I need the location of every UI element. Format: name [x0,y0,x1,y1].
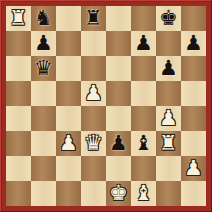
white-rook-icon[interactable]: ♜ [159,131,178,156]
square-c3[interactable]: ♟ [56,131,81,156]
square-f1[interactable]: ♝ [131,181,156,206]
black-knight-icon[interactable]: ♞ [34,6,53,31]
black-rook-icon[interactable]: ♜ [84,6,103,31]
square-h8[interactable] [181,6,206,31]
square-a3[interactable] [6,131,31,156]
square-a6[interactable] [6,56,31,81]
black-queen-icon[interactable]: ♛ [34,56,53,81]
square-d3[interactable]: ♛ [81,131,106,156]
square-b1[interactable] [31,181,56,206]
square-h4[interactable] [181,106,206,131]
square-b8[interactable]: ♞ [31,6,56,31]
square-c8[interactable] [56,6,81,31]
square-h7[interactable]: ♟ [181,31,206,56]
square-d4[interactable] [81,106,106,131]
square-d7[interactable] [81,31,106,56]
white-king-icon[interactable]: ♚ [109,181,128,206]
white-pawn-icon[interactable]: ♟ [59,131,78,156]
black-pawn-icon[interactable]: ♟ [184,31,203,56]
square-a7[interactable] [6,31,31,56]
square-f5[interactable] [131,81,156,106]
square-e1[interactable]: ♚ [106,181,131,206]
black-pawn-icon[interactable]: ♟ [134,31,153,56]
square-g3[interactable]: ♜ [156,131,181,156]
square-a8[interactable]: ♜ [6,6,31,31]
square-c7[interactable] [56,31,81,56]
black-king-icon[interactable]: ♚ [159,6,178,31]
square-b7[interactable]: ♟ [31,31,56,56]
square-c6[interactable] [56,56,81,81]
square-b5[interactable] [31,81,56,106]
square-d2[interactable] [81,156,106,181]
square-h1[interactable] [181,181,206,206]
black-pawn-icon[interactable]: ♟ [34,31,53,56]
square-h3[interactable] [181,131,206,156]
square-h6[interactable] [181,56,206,81]
square-c2[interactable] [56,156,81,181]
square-g4[interactable]: ♟ [156,106,181,131]
square-e8[interactable] [106,6,131,31]
chess-board: ♜♞♜♚♟♟♟♛♟♟♟♟♛♟♝♜♟♚♝ [6,6,206,206]
square-f2[interactable] [131,156,156,181]
square-e7[interactable] [106,31,131,56]
square-c4[interactable] [56,106,81,131]
square-e3[interactable]: ♟ [106,131,131,156]
square-f4[interactable] [131,106,156,131]
black-pawn-icon[interactable]: ♟ [109,131,128,156]
black-bishop-icon[interactable]: ♝ [134,131,153,156]
square-f3[interactable]: ♝ [131,131,156,156]
square-b6[interactable]: ♛ [31,56,56,81]
square-g2[interactable] [156,156,181,181]
chess-board-frame: ♜♞♜♚♟♟♟♛♟♟♟♟♛♟♝♜♟♚♝ [0,0,212,212]
square-a1[interactable] [6,181,31,206]
white-pawn-icon[interactable]: ♟ [159,106,178,131]
square-f6[interactable] [131,56,156,81]
square-c5[interactable] [56,81,81,106]
square-b4[interactable] [31,106,56,131]
square-d1[interactable] [81,181,106,206]
square-g8[interactable]: ♚ [156,6,181,31]
square-f7[interactable]: ♟ [131,31,156,56]
square-g5[interactable] [156,81,181,106]
white-rook-icon[interactable]: ♜ [9,6,28,31]
square-h2[interactable]: ♟ [181,156,206,181]
square-h5[interactable] [181,81,206,106]
square-b2[interactable] [31,156,56,181]
square-e6[interactable] [106,56,131,81]
square-a2[interactable] [6,156,31,181]
square-d6[interactable] [81,56,106,81]
square-e4[interactable] [106,106,131,131]
square-e5[interactable] [106,81,131,106]
square-f8[interactable] [131,6,156,31]
square-g7[interactable] [156,31,181,56]
white-pawn-icon[interactable]: ♟ [84,81,103,106]
square-d5[interactable]: ♟ [81,81,106,106]
square-e2[interactable] [106,156,131,181]
square-a4[interactable] [6,106,31,131]
square-d8[interactable]: ♜ [81,6,106,31]
white-bishop-icon[interactable]: ♝ [134,181,153,206]
square-a5[interactable] [6,81,31,106]
square-b3[interactable] [31,131,56,156]
black-pawn-icon[interactable]: ♟ [159,56,178,81]
white-queen-icon[interactable]: ♛ [84,131,103,156]
white-pawn-icon[interactable]: ♟ [184,156,203,181]
square-g6[interactable]: ♟ [156,56,181,81]
square-c1[interactable] [56,181,81,206]
square-g1[interactable] [156,181,181,206]
